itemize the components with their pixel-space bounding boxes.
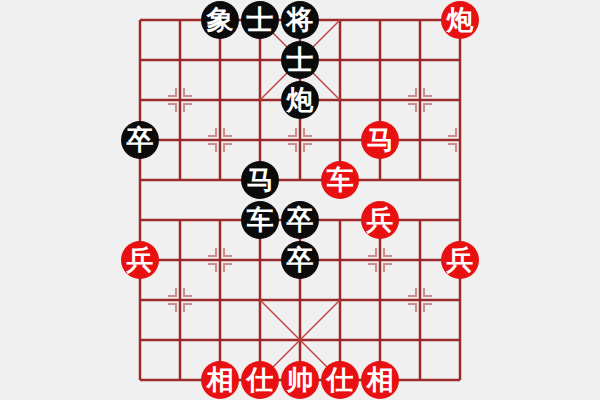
red-cannon[interactable]: 炮 — [441, 1, 479, 39]
red-elephant[interactable]: 相 — [201, 361, 239, 399]
black-advisor[interactable]: 士 — [281, 41, 319, 79]
black-general[interactable]: 将 — [281, 1, 319, 39]
red-pawn[interactable]: 兵 — [121, 241, 159, 279]
red-horse[interactable]: 马 — [361, 121, 399, 159]
black-horse[interactable]: 马 — [241, 161, 279, 199]
red-pawn[interactable]: 兵 — [361, 201, 399, 239]
black-pawn[interactable]: 卒 — [121, 121, 159, 159]
black-elephant[interactable]: 象 — [201, 1, 239, 39]
xiangqi-board[interactable]: 象士将炮士炮卒马马车车卒兵兵卒兵相仕帅仕相 — [0, 0, 600, 400]
black-pawn[interactable]: 卒 — [281, 201, 319, 239]
red-elephant[interactable]: 相 — [361, 361, 399, 399]
black-pawn[interactable]: 卒 — [281, 241, 319, 279]
black-advisor[interactable]: 士 — [241, 1, 279, 39]
red-advisor[interactable]: 仕 — [241, 361, 279, 399]
red-advisor[interactable]: 仕 — [321, 361, 359, 399]
red-pawn[interactable]: 兵 — [441, 241, 479, 279]
red-general[interactable]: 帅 — [281, 361, 319, 399]
black-chariot[interactable]: 车 — [241, 201, 279, 239]
red-chariot[interactable]: 车 — [321, 161, 359, 199]
black-cannon[interactable]: 炮 — [281, 81, 319, 119]
